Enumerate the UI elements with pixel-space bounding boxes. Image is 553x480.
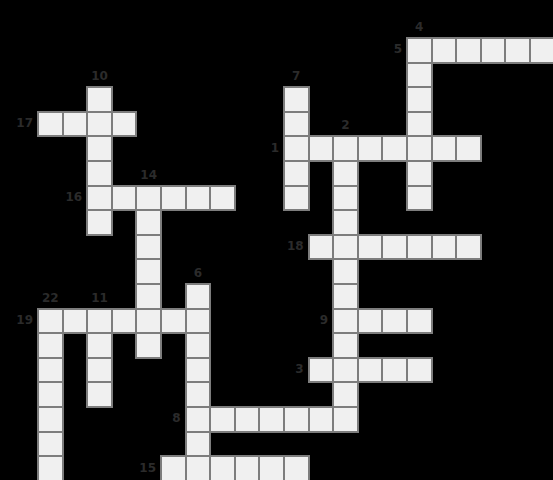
grid-cell[interactable]	[86, 381, 113, 408]
grid-cell[interactable]	[308, 234, 335, 261]
grid-cell[interactable]	[86, 185, 113, 212]
grid-cell[interactable]	[185, 185, 212, 212]
grid-cell[interactable]	[504, 37, 531, 64]
grid-cell[interactable]	[86, 209, 113, 236]
grid-cell[interactable]	[357, 135, 384, 162]
grid-cell[interactable]	[37, 111, 64, 138]
grid-cell[interactable]	[357, 234, 384, 261]
grid-cell[interactable]	[308, 406, 335, 433]
clue-number-across-9: 9	[294, 314, 328, 327]
grid-cell[interactable]	[406, 234, 433, 261]
clue-number-across-15: 15	[122, 462, 156, 475]
grid-cell[interactable]	[332, 381, 359, 408]
grid-cell[interactable]	[455, 37, 482, 64]
grid-cell[interactable]	[111, 185, 138, 212]
grid-cell[interactable]	[37, 308, 64, 335]
grid-cell[interactable]	[86, 160, 113, 187]
grid-cell[interactable]	[234, 406, 261, 433]
grid-cell[interactable]	[406, 111, 433, 138]
grid-cell[interactable]	[37, 431, 64, 458]
clue-number-down-4: 4	[402, 21, 436, 34]
clue-number-down-2: 2	[329, 119, 363, 132]
grid-cell[interactable]	[185, 357, 212, 384]
grid-cell[interactable]	[86, 135, 113, 162]
grid-cell[interactable]	[185, 455, 212, 480]
clue-number-across-8: 8	[147, 412, 181, 425]
grid-cell[interactable]	[86, 357, 113, 384]
grid-cell[interactable]	[283, 86, 310, 113]
grid-cell[interactable]	[185, 332, 212, 359]
grid-cell[interactable]	[86, 111, 113, 138]
clue-number-across-16: 16	[48, 191, 82, 204]
grid-cell[interactable]	[37, 381, 64, 408]
grid-cell[interactable]	[111, 111, 138, 138]
grid-cell[interactable]	[431, 135, 458, 162]
grid-cell[interactable]	[86, 308, 113, 335]
grid-cell[interactable]	[332, 185, 359, 212]
grid-cell[interactable]	[480, 37, 507, 64]
grid-cell[interactable]	[381, 234, 408, 261]
grid-cell[interactable]	[185, 283, 212, 310]
grid-cell[interactable]	[209, 185, 236, 212]
grid-cell[interactable]	[406, 135, 433, 162]
grid-cell[interactable]	[135, 332, 162, 359]
clue-number-across-17: 17	[0, 117, 33, 130]
grid-cell[interactable]	[111, 308, 138, 335]
grid-cell[interactable]	[37, 406, 64, 433]
grid-cell[interactable]	[332, 283, 359, 310]
clue-number-down-14: 14	[132, 169, 166, 182]
grid-cell[interactable]	[135, 283, 162, 310]
grid-cell[interactable]	[455, 234, 482, 261]
grid-cell[interactable]	[86, 86, 113, 113]
grid-cell[interactable]	[381, 135, 408, 162]
clue-number-across-5: 5	[368, 43, 402, 56]
grid-cell[interactable]	[283, 160, 310, 187]
grid-cell[interactable]	[135, 308, 162, 335]
grid-cell[interactable]	[37, 357, 64, 384]
grid-cell[interactable]	[406, 185, 433, 212]
grid-cell[interactable]	[332, 234, 359, 261]
grid-cell[interactable]	[332, 209, 359, 236]
clue-number-across-18: 18	[270, 240, 304, 253]
grid-cell[interactable]	[283, 406, 310, 433]
grid-cell[interactable]	[332, 160, 359, 187]
clue-number-across-1: 1	[245, 142, 279, 155]
grid-cell[interactable]	[37, 332, 64, 359]
grid-cell[interactable]	[406, 308, 433, 335]
crossword-board: 517116181993815410721462211	[0, 0, 553, 480]
grid-cell[interactable]	[185, 406, 212, 433]
grid-cell[interactable]	[86, 332, 113, 359]
grid-cell[interactable]	[62, 111, 89, 138]
grid-cell[interactable]	[160, 308, 187, 335]
grid-cell[interactable]	[332, 308, 359, 335]
grid-cell[interactable]	[62, 308, 89, 335]
grid-cell[interactable]	[381, 357, 408, 384]
clue-number-down-7: 7	[279, 70, 313, 83]
grid-cell[interactable]	[455, 135, 482, 162]
grid-cell[interactable]	[406, 357, 433, 384]
clue-number-down-22: 22	[33, 292, 67, 305]
grid-cell[interactable]	[258, 406, 285, 433]
grid-cell[interactable]	[431, 37, 458, 64]
grid-cell[interactable]	[209, 406, 236, 433]
clue-number-across-3: 3	[270, 363, 304, 376]
grid-cell[interactable]	[308, 357, 335, 384]
clue-number-down-6: 6	[181, 267, 215, 280]
grid-cell[interactable]	[160, 455, 187, 480]
grid-cell[interactable]	[381, 308, 408, 335]
grid-cell[interactable]	[185, 381, 212, 408]
grid-cell[interactable]	[135, 258, 162, 285]
grid-cell[interactable]	[135, 209, 162, 236]
grid-cell[interactable]	[135, 234, 162, 261]
grid-cell[interactable]	[234, 455, 261, 480]
grid-cell[interactable]	[160, 185, 187, 212]
grid-cell[interactable]	[332, 332, 359, 359]
grid-cell[interactable]	[135, 185, 162, 212]
grid-cell[interactable]	[332, 135, 359, 162]
grid-cell[interactable]	[185, 308, 212, 335]
grid-cell[interactable]	[185, 431, 212, 458]
grid-cell[interactable]	[283, 135, 310, 162]
grid-cell[interactable]	[406, 62, 433, 89]
grid-cell[interactable]	[332, 406, 359, 433]
grid-cell[interactable]	[406, 37, 433, 64]
grid-cell[interactable]	[283, 111, 310, 138]
grid-cell[interactable]	[406, 86, 433, 113]
grid-cell[interactable]	[357, 357, 384, 384]
grid-cell[interactable]	[431, 234, 458, 261]
grid-cell[interactable]	[332, 258, 359, 285]
grid-cell[interactable]	[406, 160, 433, 187]
grid-cell[interactable]	[258, 455, 285, 480]
grid-cell[interactable]	[283, 185, 310, 212]
clue-number-down-11: 11	[83, 292, 117, 305]
clue-number-across-19: 19	[0, 314, 33, 327]
grid-cell[interactable]	[37, 455, 64, 480]
grid-cell[interactable]	[308, 135, 335, 162]
grid-cell[interactable]	[209, 455, 236, 480]
clue-number-down-10: 10	[83, 70, 117, 83]
grid-cell[interactable]	[283, 455, 310, 480]
grid-cell[interactable]	[357, 308, 384, 335]
grid-cell[interactable]	[529, 37, 553, 64]
grid-cell[interactable]	[332, 357, 359, 384]
